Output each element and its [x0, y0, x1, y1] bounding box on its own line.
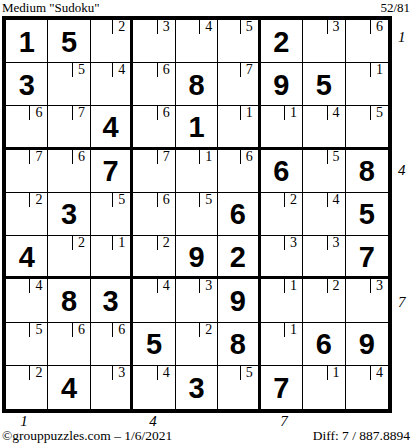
given-digit: 9	[230, 285, 246, 316]
cell-r7c2[interactable]: 8	[48, 279, 90, 322]
given-digit: 3	[19, 69, 35, 100]
cell-r8c9[interactable]: 9	[346, 323, 388, 366]
corner-mark: 5	[112, 193, 130, 207]
given-digit: 3	[103, 285, 119, 316]
cell-r5c8[interactable]: 4	[303, 193, 345, 236]
cell-r1c3[interactable]: 2	[91, 20, 133, 63]
corner-mark: 2	[284, 193, 302, 207]
cell-r2c6[interactable]: 7	[218, 63, 260, 106]
cell-r6c6[interactable]: 2	[218, 236, 260, 279]
given-digit: 6	[273, 155, 289, 186]
given-digit: 9	[188, 241, 204, 272]
cell-r8c5[interactable]: 2	[176, 323, 218, 366]
cell-r7c8[interactable]: 2	[303, 279, 345, 322]
corner-mark: 6	[112, 323, 130, 337]
corner-mark: 5	[240, 366, 258, 380]
cell-r1c5[interactable]: 4	[176, 20, 218, 63]
corner-mark: 6	[157, 106, 175, 120]
cell-r3c3[interactable]: 4	[91, 106, 133, 149]
given-digit: 5	[146, 328, 162, 359]
cell-r2c5[interactable]: 8	[176, 63, 218, 106]
cell-r2c8[interactable]: 5	[303, 63, 345, 106]
given-digit: 8	[230, 328, 246, 359]
corner-mark: 3	[327, 236, 345, 250]
corner-mark: 3	[327, 20, 345, 34]
cell-r8c7[interactable]: 1	[261, 323, 303, 366]
corner-mark: 2	[112, 20, 130, 34]
corner-mark: 1	[112, 236, 130, 250]
given-digit: 9	[359, 328, 375, 359]
corner-mark: 1	[284, 279, 302, 293]
cell-r6c5[interactable]: 9	[176, 236, 218, 279]
given-digit: 5	[316, 69, 332, 100]
corner-mark: 3	[199, 279, 217, 293]
col-label-1: 1	[20, 414, 28, 429]
given-digit: 1	[188, 111, 204, 142]
corner-mark: 6	[240, 150, 258, 164]
corner-mark: 2	[72, 236, 90, 250]
cell-r6c3[interactable]: 1	[91, 236, 133, 279]
corner-mark: 5	[370, 106, 388, 120]
cell-r1c9[interactable]: 6	[346, 20, 388, 63]
corner-mark: 1	[327, 366, 345, 380]
cell-r9c9[interactable]: 4	[346, 366, 388, 409]
cell-r5c7[interactable]: 2	[261, 193, 303, 236]
cell-r5c4[interactable]: 6	[133, 193, 175, 236]
cell-r6c2[interactable]: 2	[48, 236, 90, 279]
corner-mark: 5	[29, 323, 47, 337]
corner-mark: 2	[29, 193, 47, 207]
cell-r7c9[interactable]: 3	[346, 279, 388, 322]
cell-r6c4[interactable]: 2	[133, 236, 175, 279]
progress-counter: 52/81	[380, 0, 410, 15]
given-digit: 6	[316, 328, 332, 359]
cell-r4c4[interactable]: 7	[133, 150, 175, 193]
cell-r2c7[interactable]: 9	[261, 63, 303, 106]
cell-r1c2[interactable]: 5	[48, 20, 90, 63]
given-digit: 7	[359, 241, 375, 272]
cell-r4c8[interactable]: 5	[303, 150, 345, 193]
sudoku-grid: 1523452363546879516746111457677166582356…	[2, 16, 392, 413]
cell-r4c9[interactable]: 8	[346, 150, 388, 193]
given-digit: 1	[19, 26, 35, 57]
given-digit: 8	[188, 69, 204, 100]
cell-r9c3[interactable]: 3	[91, 366, 133, 409]
given-digit: 4	[103, 111, 119, 142]
given-digit: 3	[61, 198, 77, 229]
cell-r1c8[interactable]: 3	[303, 20, 345, 63]
corner-mark: 1	[240, 106, 258, 120]
cell-r8c4[interactable]: 5	[133, 323, 175, 366]
row-label-7: 7	[398, 295, 406, 310]
corner-mark: 6	[157, 193, 175, 207]
corner-mark: 1	[284, 323, 302, 337]
corner-mark: 4	[29, 279, 47, 293]
cell-r5c2[interactable]: 3	[48, 193, 90, 236]
footer-difficulty: Diff: 7 / 887.8894	[313, 428, 410, 444]
cell-r8c6[interactable]: 8	[218, 323, 260, 366]
given-digit: 5	[359, 198, 375, 229]
row-label-1: 1	[398, 30, 406, 45]
corner-mark: 7	[72, 106, 90, 120]
cell-r7c5[interactable]: 3	[176, 279, 218, 322]
cell-r7c4[interactable]: 4	[133, 279, 175, 322]
corner-mark: 3	[157, 20, 175, 34]
cell-r3c8[interactable]: 4	[303, 106, 345, 149]
cell-r2c1[interactable]: 3	[6, 63, 48, 106]
cell-r2c3[interactable]: 4	[91, 63, 133, 106]
given-digit: 6	[230, 198, 246, 229]
cell-r3c6[interactable]: 1	[218, 106, 260, 149]
footer-copyright: ©grouppuzzles.com – 1/6/2021	[2, 428, 172, 444]
corner-mark: 7	[240, 63, 258, 77]
corner-mark: 5	[327, 150, 345, 164]
cell-r4c3[interactable]: 7	[91, 150, 133, 193]
cell-r5c1[interactable]: 2	[6, 193, 48, 236]
corner-mark: 5	[199, 193, 217, 207]
corner-mark: 6	[72, 323, 90, 337]
cell-r9c2[interactable]: 4	[48, 366, 90, 409]
corner-mark: 3	[284, 236, 302, 250]
cell-r2c4[interactable]: 6	[133, 63, 175, 106]
corner-mark: 1	[199, 150, 217, 164]
cell-r7c1[interactable]: 4	[6, 279, 48, 322]
cell-r3c9[interactable]: 5	[346, 106, 388, 149]
cell-r5c6[interactable]: 6	[218, 193, 260, 236]
cell-r4c2[interactable]: 6	[48, 150, 90, 193]
corner-mark: 2	[157, 236, 175, 250]
cell-r9c8[interactable]: 1	[303, 366, 345, 409]
corner-mark: 5	[240, 20, 258, 34]
given-digit: 7	[103, 155, 119, 186]
corner-mark: 4	[112, 63, 130, 77]
corner-mark: 6	[157, 63, 175, 77]
cell-r9c6[interactable]: 5	[218, 366, 260, 409]
cell-r9c4[interactable]: 4	[133, 366, 175, 409]
given-digit: 2	[230, 241, 246, 272]
corner-mark: 4	[370, 366, 388, 380]
corner-mark: 6	[72, 150, 90, 164]
cell-r7c7[interactable]: 1	[261, 279, 303, 322]
cell-r1c4[interactable]: 3	[133, 20, 175, 63]
corner-mark: 2	[29, 366, 47, 380]
corner-mark: 7	[157, 150, 175, 164]
cell-r9c5[interactable]: 3	[176, 366, 218, 409]
given-digit: 2	[273, 26, 289, 57]
corner-mark: 3	[370, 279, 388, 293]
cell-r1c6[interactable]: 5	[218, 20, 260, 63]
cell-r7c3[interactable]: 3	[91, 279, 133, 322]
cell-r9c1[interactable]: 2	[6, 366, 48, 409]
corner-mark: 2	[199, 323, 217, 337]
given-digit: 3	[188, 372, 204, 403]
cell-r1c7[interactable]: 2	[261, 20, 303, 63]
cell-r8c8[interactable]: 6	[303, 323, 345, 366]
cell-r2c2[interactable]: 5	[48, 63, 90, 106]
cell-r7c6[interactable]: 9	[218, 279, 260, 322]
corner-mark: 2	[327, 279, 345, 293]
page-root: { "game": "sudoku", "position": "15....2…	[0, 0, 412, 445]
given-digit: 4	[19, 241, 35, 272]
corner-mark: 4	[199, 20, 217, 34]
given-digit: 9	[273, 69, 289, 100]
cell-r8c1[interactable]: 5	[6, 323, 48, 366]
corner-mark: 7	[29, 150, 47, 164]
cell-r9c7[interactable]: 7	[261, 366, 303, 409]
corner-mark: 4	[327, 106, 345, 120]
corner-mark: 4	[327, 193, 345, 207]
corner-mark: 1	[284, 106, 302, 120]
cell-r8c3[interactable]: 6	[91, 323, 133, 366]
given-digit: 4	[61, 372, 77, 403]
given-digit: 8	[61, 285, 77, 316]
cell-r6c1[interactable]: 4	[6, 236, 48, 279]
cell-r5c3[interactable]: 5	[91, 193, 133, 236]
cell-r8c2[interactable]: 6	[48, 323, 90, 366]
cell-r4c6[interactable]: 6	[218, 150, 260, 193]
cell-r3c7[interactable]: 1	[261, 106, 303, 149]
col-label-7: 7	[280, 414, 288, 429]
corner-mark: 4	[157, 279, 175, 293]
cell-r3c4[interactable]: 6	[133, 106, 175, 149]
row-label-4: 4	[398, 163, 406, 178]
cell-r3c2[interactable]: 7	[48, 106, 90, 149]
given-digit: 7	[273, 372, 289, 403]
corner-mark: 1	[370, 63, 388, 77]
cell-r5c9[interactable]: 5	[346, 193, 388, 236]
col-label-4: 4	[149, 414, 157, 429]
cell-r4c5[interactable]: 1	[176, 150, 218, 193]
cell-r4c7[interactable]: 6	[261, 150, 303, 193]
given-digit: 8	[359, 155, 375, 186]
cell-r2c9[interactable]: 1	[346, 63, 388, 106]
cell-r6c9[interactable]: 7	[346, 236, 388, 279]
corner-mark: 5	[72, 63, 90, 77]
corner-mark: 3	[112, 366, 130, 380]
cell-r5c5[interactable]: 5	[176, 193, 218, 236]
cell-r3c1[interactable]: 6	[6, 106, 48, 149]
page-title: Medium "Sudoku"	[2, 0, 100, 15]
cell-r1c1[interactable]: 1	[6, 20, 48, 63]
given-digit: 5	[61, 26, 77, 57]
cell-r3c5[interactable]: 1	[176, 106, 218, 149]
corner-mark: 4	[157, 366, 175, 380]
corner-mark: 6	[29, 106, 47, 120]
cell-r4c1[interactable]: 7	[6, 150, 48, 193]
cell-r6c7[interactable]: 3	[261, 236, 303, 279]
corner-mark: 6	[370, 20, 388, 34]
cell-r6c8[interactable]: 3	[303, 236, 345, 279]
